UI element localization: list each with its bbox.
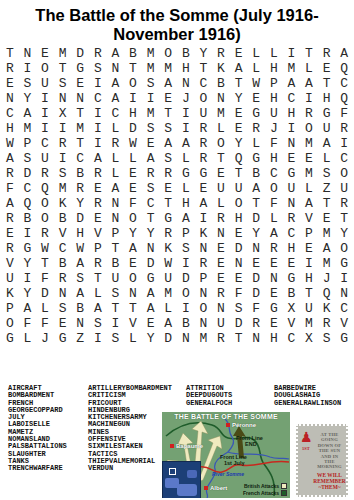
- grid-cell: C: [283, 226, 301, 241]
- grid-cell: E: [265, 286, 283, 301]
- grid-cell: S: [318, 331, 336, 346]
- grid-cell: E: [283, 256, 301, 271]
- word-list-item: TRENCHWARFARE: [8, 465, 67, 472]
- grid-cell: K: [195, 226, 213, 241]
- grid-cell: E: [89, 181, 107, 196]
- grid-cell: I: [177, 121, 195, 136]
- grid-cell: M: [19, 121, 37, 136]
- grid-cell: A: [195, 196, 213, 211]
- grid-cell: I: [89, 106, 107, 121]
- grid-cell: R: [300, 106, 318, 121]
- grid-cell: T: [1, 46, 19, 61]
- grid-cell: R: [195, 151, 213, 166]
- grid-cell: C: [283, 91, 301, 106]
- grid-cell: Y: [230, 91, 248, 106]
- grid-cell: R: [265, 241, 283, 256]
- grid-cell: O: [265, 181, 283, 196]
- grid-cell: N: [230, 256, 248, 271]
- grid-cell: M: [54, 181, 72, 196]
- grid-cell: I: [335, 271, 353, 286]
- grid-cell: H: [265, 331, 283, 346]
- grid-cell: U: [36, 76, 54, 91]
- grid-cell: E: [1, 76, 19, 91]
- grid-cell: R: [36, 226, 54, 241]
- grid-cell: I: [36, 106, 54, 121]
- grid-cell: F: [36, 271, 54, 286]
- grid-cell: E: [89, 211, 107, 226]
- grid-cell: F: [19, 316, 37, 331]
- grid-cell: L: [300, 61, 318, 76]
- grid-cell: E: [1, 226, 19, 241]
- grid-cell: N: [195, 241, 213, 256]
- grid-cell: P: [19, 136, 37, 151]
- grid-cell: R: [247, 316, 265, 331]
- grid-cell: H: [230, 211, 248, 226]
- grid-cell: T: [71, 106, 89, 121]
- grid-cell: L: [265, 46, 283, 61]
- grid-cell: T: [107, 301, 125, 316]
- grid-cell: L: [300, 181, 318, 196]
- grid-cell: N: [247, 241, 265, 256]
- grid-cell: R: [212, 46, 230, 61]
- grid-cell: E: [247, 256, 265, 271]
- grid-cell: T: [124, 301, 142, 316]
- grid-cell: E: [230, 106, 248, 121]
- grid-cell: N: [212, 301, 230, 316]
- grid-cell: F: [265, 196, 283, 211]
- grid-cell: L: [107, 121, 125, 136]
- grid-cell: G: [1, 331, 19, 346]
- grid-cell: A: [230, 61, 248, 76]
- grid-cell: I: [89, 76, 107, 91]
- grid-cell: I: [36, 121, 54, 136]
- grid-cell: D: [71, 211, 89, 226]
- grid-cell: G: [177, 166, 195, 181]
- grid-cell: Y: [71, 196, 89, 211]
- grid-cell: R: [36, 166, 54, 181]
- grid-cell: K: [318, 301, 336, 316]
- ode-text: AT THE GOINGDOWN OFTHE SUN AND INTHE MOR…: [313, 432, 346, 490]
- ode-line: THE SUN AND IN: [313, 448, 346, 459]
- grid-cell: F: [1, 181, 19, 196]
- grid-cell: R: [89, 256, 107, 271]
- grid-cell: X: [283, 301, 301, 316]
- grid-cell: P: [265, 76, 283, 91]
- grid-cell: A: [142, 286, 160, 301]
- grid-cell: S: [107, 331, 125, 346]
- grid-cell: T: [89, 271, 107, 286]
- grid-cell: E: [195, 181, 213, 196]
- grid-cell: H: [177, 61, 195, 76]
- grid-cell: R: [89, 166, 107, 181]
- grid-cell: W: [71, 241, 89, 256]
- grid-cell: Y: [124, 226, 142, 241]
- grid-cell: L: [177, 181, 195, 196]
- grid-cell: B: [124, 46, 142, 61]
- grid-cell: A: [107, 91, 125, 106]
- grid-cell: H: [265, 91, 283, 106]
- grid-cell: T: [300, 286, 318, 301]
- grid-cell: D: [177, 271, 195, 286]
- grid-cell: M: [142, 106, 160, 121]
- grid-cell: M: [159, 61, 177, 76]
- grid-cell: D: [230, 241, 248, 256]
- grid-cell: I: [36, 91, 54, 106]
- grid-cell: E: [230, 46, 248, 61]
- grid-cell: M: [54, 46, 72, 61]
- grid-cell: W: [159, 256, 177, 271]
- grid-cell: C: [335, 151, 353, 166]
- grid-cell: D: [19, 166, 37, 181]
- grid-cell: A: [107, 46, 125, 61]
- grid-cell: Q: [230, 151, 248, 166]
- grid-cell: S: [230, 301, 248, 316]
- grid-cell: M: [318, 256, 336, 271]
- grid-cell: A: [177, 211, 195, 226]
- grid-cell: E: [318, 61, 336, 76]
- grid-cell: R: [318, 316, 336, 331]
- grid-cell: N: [247, 331, 265, 346]
- grid-cell: E: [159, 181, 177, 196]
- grid-cell: Y: [247, 226, 265, 241]
- grid-cell: Y: [335, 226, 353, 241]
- title-line-1: The Battle of the Somme (July 1916-: [0, 6, 354, 25]
- grid-cell: V: [283, 316, 301, 331]
- grid-cell: H: [124, 106, 142, 121]
- grid-cell: S: [54, 301, 72, 316]
- grid-cell: F: [36, 316, 54, 331]
- grid-cell: E: [54, 316, 72, 331]
- grid-cell: L: [318, 151, 336, 166]
- map-title: THE BATTLE OF THE SOMME: [162, 413, 290, 420]
- grid-cell: E: [71, 76, 89, 91]
- grid-cell: M: [318, 226, 336, 241]
- grid-cell: N: [195, 286, 213, 301]
- grid-cell: T: [71, 136, 89, 151]
- grid-cell: L: [247, 61, 265, 76]
- grid-cell: A: [19, 106, 37, 121]
- grid-cell: T: [195, 61, 213, 76]
- grid-cell: O: [36, 196, 54, 211]
- grid-cell: T: [159, 106, 177, 121]
- grid-cell: E: [124, 256, 142, 271]
- grid-cell: U: [1, 271, 19, 286]
- grid-cell: M: [71, 121, 89, 136]
- grid-cell: I: [19, 61, 37, 76]
- grid-cell: I: [195, 211, 213, 226]
- grid-cell: G: [283, 166, 301, 181]
- grid-cell: V: [89, 226, 107, 241]
- grid-cell: G: [335, 331, 353, 346]
- grid-cell: U: [159, 271, 177, 286]
- town-bapaume: Bapaume: [170, 443, 203, 449]
- grid-cell: B: [247, 166, 265, 181]
- grid-cell: H: [300, 271, 318, 286]
- grid-cell: Q: [19, 196, 37, 211]
- grid-cell: P: [195, 271, 213, 286]
- grid-cell: A: [283, 76, 301, 91]
- grid-cell: M: [195, 331, 213, 346]
- legend-color-swatch: [281, 490, 287, 496]
- grid-cell: F: [230, 286, 248, 301]
- grid-cell: A: [177, 136, 195, 151]
- grid-cell: Q: [36, 181, 54, 196]
- grid-cell: M: [300, 136, 318, 151]
- grid-cell: J: [265, 121, 283, 136]
- grid-cell: K: [212, 61, 230, 76]
- grid-cell: A: [1, 151, 19, 166]
- grid-cell: A: [89, 151, 107, 166]
- grid-cell: E: [300, 241, 318, 256]
- grid-cell: E: [283, 151, 301, 166]
- grid-cell: I: [124, 91, 142, 106]
- grid-cell: A: [1, 196, 19, 211]
- page-title: The Battle of the Somme (July 1916- Nove…: [0, 6, 354, 43]
- grid-cell: Y: [19, 256, 37, 271]
- grid-cell: I: [283, 121, 301, 136]
- stamp-ode-red: WE WILLREMEMBER~THEM~: [313, 472, 346, 490]
- grid-cell: A: [71, 286, 89, 301]
- grid-cell: Y: [142, 331, 160, 346]
- grid-cell: W: [247, 76, 265, 91]
- word-list-item: VERDUN: [88, 465, 172, 472]
- grid-cell: S: [19, 76, 37, 91]
- grid-cell: R: [107, 136, 125, 151]
- grid-cell: C: [335, 76, 353, 91]
- grid-cell: I: [19, 226, 37, 241]
- grid-cell: C: [89, 91, 107, 106]
- grid-cell: R: [1, 61, 19, 76]
- grid-cell: E: [159, 91, 177, 106]
- grid-cell: F: [265, 136, 283, 151]
- grid-cell: R: [212, 286, 230, 301]
- grid-cell: G: [247, 151, 265, 166]
- grid-cell: A: [159, 76, 177, 91]
- town-label: Péronne: [232, 422, 256, 428]
- grid-cell: O: [177, 286, 195, 301]
- grid-cell: D: [230, 316, 248, 331]
- grid-cell: S: [19, 151, 37, 166]
- grid-cell: R: [71, 181, 89, 196]
- grid-cell: D: [247, 211, 265, 226]
- grid-cell: L: [247, 136, 265, 151]
- grid-cell: R: [54, 136, 72, 151]
- grid-cell: G: [335, 256, 353, 271]
- grid-cell: I: [89, 136, 107, 151]
- grid-cell: E: [212, 271, 230, 286]
- grid-cell: L: [124, 151, 142, 166]
- grid-cell: N: [212, 91, 230, 106]
- grid-cell: T: [212, 151, 230, 166]
- grid-cell: G: [283, 271, 301, 286]
- grid-cell: Q: [335, 61, 353, 76]
- inset-area-marker: [169, 468, 176, 475]
- grid-cell: G: [159, 211, 177, 226]
- grid-cell: L: [19, 331, 37, 346]
- grid-cell: H: [1, 121, 19, 136]
- grid-cell: O: [36, 61, 54, 76]
- grid-cell: C: [19, 181, 37, 196]
- grid-cell: E: [124, 181, 142, 196]
- grid-cell: J: [318, 271, 336, 286]
- grid-cell: A: [318, 241, 336, 256]
- grid-cell: I: [54, 121, 72, 136]
- grid-cell: V: [124, 316, 142, 331]
- grid-cell: R: [247, 121, 265, 136]
- grid-cell: I: [300, 256, 318, 271]
- grid-cell: W: [36, 241, 54, 256]
- grid-cell: R: [335, 121, 353, 136]
- grid-cell: G: [195, 166, 213, 181]
- word-list-item: GENERALFOCH: [186, 400, 232, 407]
- grid-cell: T: [107, 241, 125, 256]
- grid-cell: G: [54, 331, 72, 346]
- grid-cell: I: [300, 91, 318, 106]
- grid-cell: R: [195, 256, 213, 271]
- grid-cell: H: [283, 106, 301, 121]
- grid-cell: R: [1, 241, 19, 256]
- grid-cell: C: [195, 76, 213, 91]
- grid-cell: O: [300, 121, 318, 136]
- grid-cell: A: [247, 181, 265, 196]
- grid-cell: T: [230, 331, 248, 346]
- soldier-silhouette-icon: ♟: [300, 430, 313, 444]
- grid-cell: U: [283, 181, 301, 196]
- grid-cell: I: [177, 256, 195, 271]
- grid-cell: E: [230, 121, 248, 136]
- grid-cell: S: [177, 241, 195, 256]
- grid-cell: M: [283, 61, 301, 76]
- grid-cell: E: [212, 166, 230, 181]
- grid-cell: S: [54, 76, 72, 91]
- grid-cell: D: [71, 46, 89, 61]
- grid-cell: B: [177, 46, 195, 61]
- grid-cell: N: [177, 331, 195, 346]
- word-list-column-4: BARBEDWIREDOUGLASHAIGGENERALRAWLINSON: [274, 385, 341, 407]
- grid-cell: H: [177, 196, 195, 211]
- grid-cell: T: [318, 76, 336, 91]
- grid-cell: C: [71, 151, 89, 166]
- grid-cell: W: [1, 136, 19, 151]
- grid-cell: X: [300, 331, 318, 346]
- locator-inset-map: [162, 461, 201, 498]
- grid-cell: O: [212, 136, 230, 151]
- grid-cell: R: [89, 46, 107, 61]
- grid-cell: I: [142, 91, 160, 106]
- grid-cell: D: [247, 271, 265, 286]
- grid-cell: L: [177, 151, 195, 166]
- grid-cell: B: [177, 316, 195, 331]
- ode-line: ~THEM~: [313, 484, 346, 490]
- grid-cell: I: [54, 151, 72, 166]
- grid-cell: B: [283, 286, 301, 301]
- grid-cell: E: [265, 316, 283, 331]
- grid-cell: N: [283, 136, 301, 151]
- grid-cell: S: [159, 151, 177, 166]
- grid-cell: O: [159, 46, 177, 61]
- grid-cell: N: [107, 61, 125, 76]
- grid-cell: A: [71, 256, 89, 271]
- grid-cell: E: [142, 136, 160, 151]
- grid-cell: F: [335, 106, 353, 121]
- grid-cell: M: [142, 61, 160, 76]
- town-marker: [204, 486, 208, 490]
- grid-cell: R: [54, 271, 72, 286]
- grid-cell: L: [89, 286, 107, 301]
- grid-cell: B: [71, 301, 89, 316]
- legend-item: French Attacks: [243, 490, 287, 497]
- grid-cell: N: [54, 91, 72, 106]
- grid-cell: T: [247, 196, 265, 211]
- word-list-column-2: ARTILLERYBOMBARDMENTCRITICISMFRICOURTHIN…: [88, 385, 172, 473]
- grid-cell: I: [89, 331, 107, 346]
- grid-cell: T: [335, 211, 353, 226]
- grid-cell: P: [107, 226, 125, 241]
- ode-line: AT THE GOING: [313, 432, 346, 443]
- grid-cell: Y: [230, 136, 248, 151]
- grid-cell: N: [54, 286, 72, 301]
- grid-cell: R: [212, 331, 230, 346]
- grid-cell: T: [142, 211, 160, 226]
- grid-cell: N: [265, 271, 283, 286]
- river-somme-label: River Somme: [212, 471, 244, 477]
- grid-cell: L: [247, 46, 265, 61]
- grid-cell: O: [36, 211, 54, 226]
- grid-cell: G: [142, 271, 160, 286]
- grid-cell: I: [19, 271, 37, 286]
- letter-grid: TNEMDRABMOBYRELLITRARIOTGSNTMMHTKALHMLEQ…: [1, 46, 353, 343]
- grid-cell: T: [124, 61, 142, 76]
- grid-cell: D: [36, 286, 54, 301]
- grid-cell: O: [335, 241, 353, 256]
- grid-cell: L: [212, 121, 230, 136]
- word-list-column-3: ATTRITIONDEEPDUGOUTSGENERALFOCH: [186, 385, 232, 407]
- grid-cell: N: [19, 46, 37, 61]
- grid-cell: O: [230, 196, 248, 211]
- grid-cell: C: [283, 331, 301, 346]
- inset-landmass: [187, 470, 197, 478]
- grid-cell: Y: [142, 226, 160, 241]
- stamp-denomination: 1ST: [302, 446, 310, 451]
- grid-cell: I: [89, 121, 107, 136]
- grid-cell: E: [300, 151, 318, 166]
- grid-cell: Z: [71, 331, 89, 346]
- grid-cell: L: [159, 301, 177, 316]
- grid-cell: K: [1, 286, 19, 301]
- grid-cell: M: [212, 106, 230, 121]
- grid-cell: S: [107, 286, 125, 301]
- town-albert: Albert: [204, 485, 227, 491]
- remembrance-stamp: ♟ 1ST AT THE GOINGDOWN OFTHE SUN AND INT…: [296, 424, 348, 497]
- grid-cell: F: [124, 196, 142, 211]
- grid-cell: S: [71, 271, 89, 286]
- grid-cell: J: [177, 91, 195, 106]
- grid-cell: N: [1, 91, 19, 106]
- grid-cell: N: [195, 316, 213, 331]
- grid-cell: R: [142, 166, 160, 181]
- grid-cell: S: [54, 166, 72, 181]
- grid-cell: D: [142, 256, 160, 271]
- grid-cell: I: [177, 106, 195, 121]
- grid-cell: K: [159, 241, 177, 256]
- grid-cell: S: [142, 181, 160, 196]
- grid-cell: L: [124, 331, 142, 346]
- grid-cell: B: [54, 256, 72, 271]
- grid-cell: D: [247, 286, 265, 301]
- grid-cell: A: [107, 76, 125, 91]
- grid-cell: O: [124, 211, 142, 226]
- grid-cell: U: [300, 301, 318, 316]
